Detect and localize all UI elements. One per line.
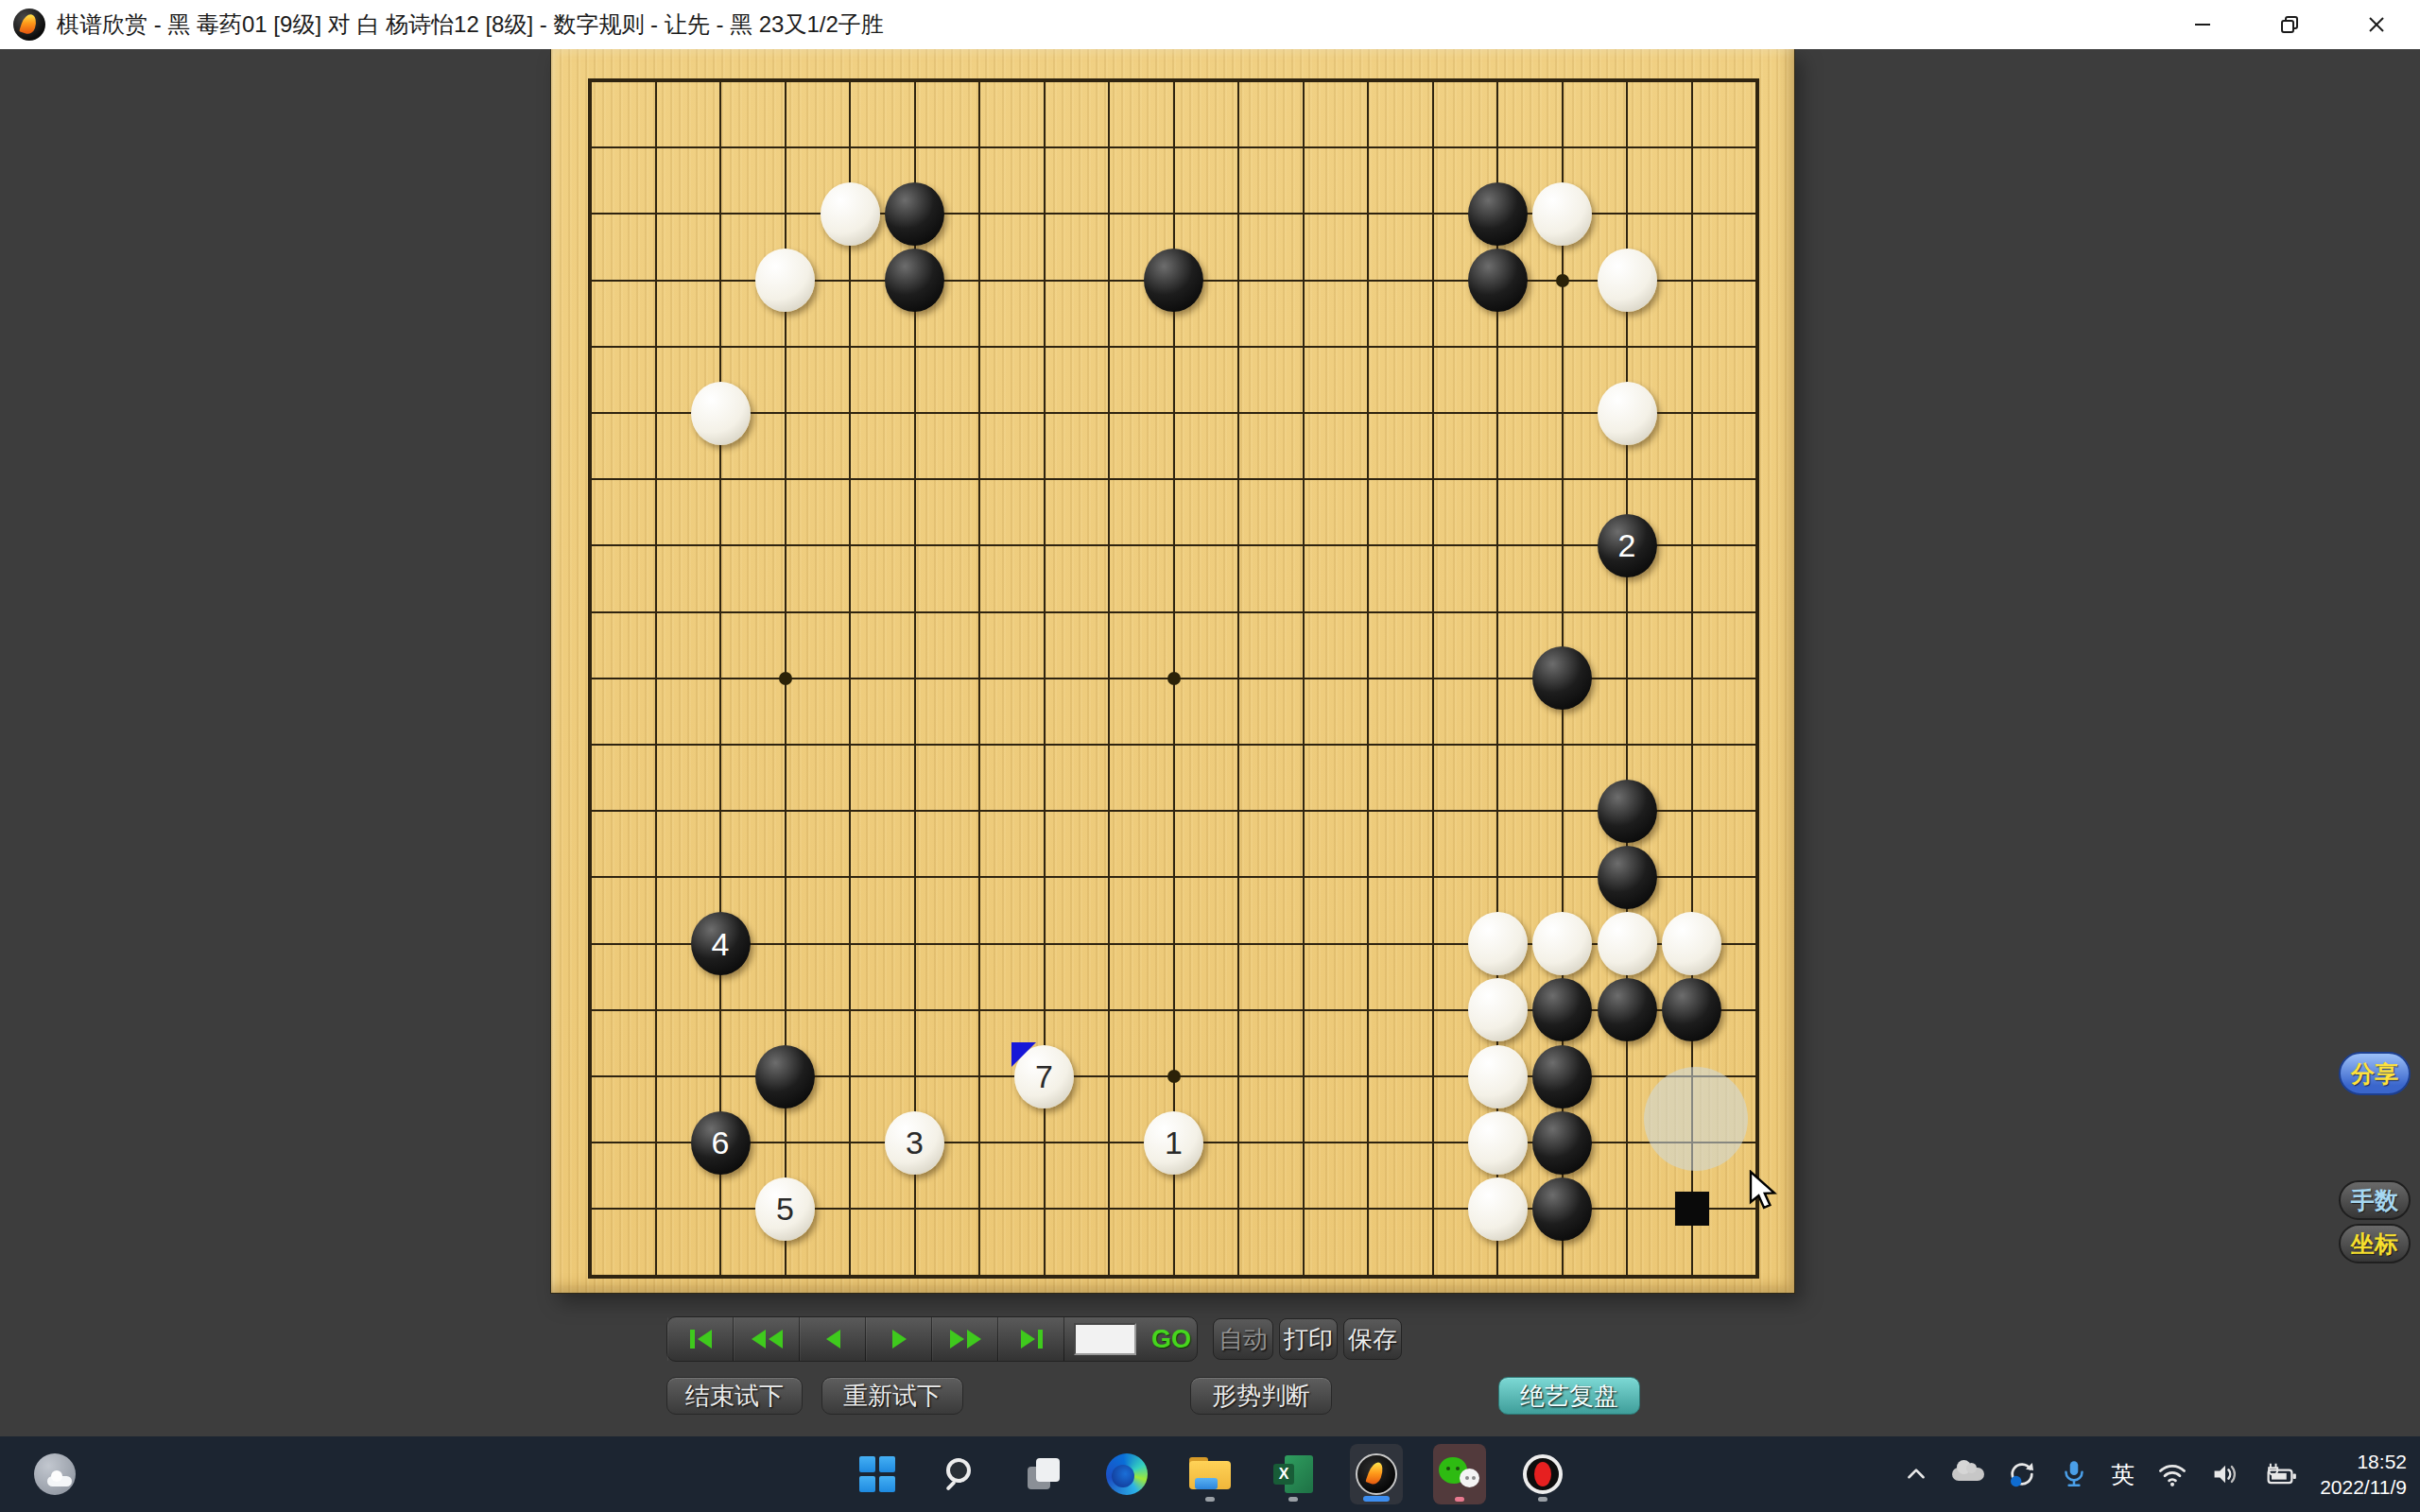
- nav-first-button[interactable]: [667, 1317, 734, 1361]
- last-move-icon: [1021, 1330, 1035, 1349]
- go-button[interactable]: GO: [1151, 1325, 1191, 1354]
- go-stone-white: [1468, 1111, 1528, 1175]
- wifi-icon: [2157, 1460, 2187, 1488]
- excel-button[interactable]: X: [1267, 1444, 1320, 1504]
- go-stone-black: [1662, 978, 1721, 1041]
- task-view-button[interactable]: [1017, 1444, 1070, 1504]
- go-stone-white: [1532, 182, 1592, 246]
- screen-record-icon: [1523, 1454, 1563, 1494]
- back-icon: [826, 1330, 840, 1349]
- nav-fast-forward-button[interactable]: [932, 1317, 998, 1361]
- go-stone-white: 1: [1144, 1111, 1203, 1175]
- go-stone-white: 5: [755, 1177, 815, 1241]
- search-icon: [942, 1455, 979, 1493]
- next-move-square-marker: [1675, 1192, 1709, 1226]
- go-stone-white: [691, 382, 751, 445]
- go-stone-white: [1468, 1177, 1528, 1241]
- wifi-button[interactable]: [2157, 1460, 2187, 1488]
- volume-button[interactable]: [2210, 1460, 2240, 1488]
- app-logo-icon: [13, 9, 45, 41]
- hoshi-point: [1556, 274, 1569, 287]
- go-review-app-button[interactable]: [1350, 1444, 1403, 1504]
- minimize-button[interactable]: [2159, 0, 2246, 49]
- go-stone-white: [1662, 912, 1721, 975]
- battery-charging-icon: [2263, 1460, 2297, 1488]
- go-stone-black: [885, 249, 944, 312]
- move-number-label: 2: [1618, 529, 1636, 561]
- print-button[interactable]: 打印: [1279, 1318, 1338, 1360]
- onedrive-button[interactable]: [1952, 1468, 1984, 1481]
- forward-icon: [892, 1330, 907, 1349]
- taskbar-search-button[interactable]: [934, 1444, 987, 1504]
- move-number-label: 6: [712, 1126, 730, 1159]
- chevron-up-icon: [1903, 1461, 1929, 1487]
- replay-nav-toolbar: GO: [666, 1316, 1198, 1362]
- go-stone-white: [1468, 978, 1528, 1041]
- go-board[interactable]: 2476315: [551, 49, 1794, 1293]
- clock-time: 18:52: [2320, 1449, 2407, 1474]
- go-stone-black: 2: [1598, 514, 1657, 577]
- go-stone-white: [1598, 249, 1657, 312]
- go-stone-black: [1598, 846, 1657, 909]
- go-stone-white: [1468, 912, 1528, 975]
- go-stone-white: [1532, 912, 1592, 975]
- move-number-input[interactable]: [1074, 1323, 1136, 1355]
- coordinates-toggle-button[interactable]: 坐标: [2339, 1224, 2411, 1263]
- battery-button[interactable]: [2263, 1460, 2297, 1488]
- ime-language-button[interactable]: 英: [2111, 1459, 2135, 1490]
- excel-icon: X: [1273, 1455, 1313, 1493]
- edge-icon: [1106, 1453, 1148, 1495]
- system-tray: 英: [1903, 1436, 2407, 1512]
- auto-play-button[interactable]: 自动: [1213, 1318, 1273, 1360]
- restart-trial-button[interactable]: 重新试下: [821, 1377, 963, 1415]
- move-number-label: 4: [712, 928, 730, 960]
- sync-icon: [2007, 1459, 2037, 1489]
- go-stone-black: [1144, 249, 1203, 312]
- running-indicator-dot: [1538, 1497, 1547, 1502]
- move-number-label: 7: [1035, 1060, 1053, 1092]
- move-number-label: 1: [1165, 1126, 1183, 1159]
- screen-record-button[interactable]: [1516, 1444, 1569, 1504]
- file-explorer-button[interactable]: [1184, 1444, 1236, 1504]
- close-button[interactable]: [2333, 0, 2420, 49]
- go-stone-black: [1532, 646, 1592, 710]
- move-number-label: 5: [776, 1193, 794, 1225]
- blue-triangle-marker: [1011, 1042, 1036, 1067]
- hoshi-point: [1167, 1070, 1181, 1083]
- move-number-label: 3: [906, 1126, 924, 1159]
- start-button[interactable]: [851, 1444, 904, 1504]
- save-button[interactable]: 保存: [1343, 1318, 1402, 1360]
- go-stone-black: [755, 1045, 815, 1108]
- go-stone-black: [1598, 780, 1657, 843]
- window-title: 棋谱欣赏 - 黑 毒药01 [9级] 对 白 杨诗怡12 [8级] - 数字规则…: [57, 9, 884, 40]
- taskbar-clock[interactable]: 18:52 2022/11/9: [2320, 1449, 2407, 1500]
- active-window-indicator: [1363, 1496, 1390, 1502]
- edge-browser-button[interactable]: [1100, 1444, 1153, 1504]
- share-button[interactable]: 分享: [2339, 1052, 2411, 1095]
- first-move-icon: [690, 1330, 695, 1349]
- microphone-icon: [2060, 1459, 2088, 1489]
- go-review-app-icon: [1356, 1453, 1397, 1495]
- nav-last-button[interactable]: [998, 1317, 1064, 1361]
- running-indicator-dot: [1288, 1497, 1298, 1502]
- windows-start-icon: [859, 1456, 895, 1492]
- go-stone-white: 7: [1014, 1045, 1074, 1108]
- go-stone-white: 3: [885, 1111, 944, 1175]
- go-stone-black: [1532, 1111, 1592, 1175]
- fast-back-icon: [752, 1330, 766, 1349]
- go-stone-white: [1598, 382, 1657, 445]
- go-stone-black: [1468, 249, 1528, 312]
- minimize-icon: [2191, 13, 2214, 36]
- file-explorer-icon: [1189, 1457, 1231, 1491]
- cursor-hover-highlight: [1644, 1067, 1748, 1171]
- window-controls: [2159, 0, 2420, 49]
- go-stone-white: [755, 249, 815, 312]
- jueyi-review-button[interactable]: 绝艺复盘: [1498, 1377, 1640, 1415]
- onedrive-cloud-icon: [1952, 1468, 1984, 1481]
- mouse-cursor: [1747, 1170, 1785, 1211]
- sync-status-button[interactable]: [2007, 1459, 2037, 1489]
- nav-fast-back-button[interactable]: [734, 1317, 800, 1361]
- clock-date: 2022/11/9: [2320, 1474, 2407, 1500]
- close-icon: [2365, 13, 2388, 36]
- go-stone-black: [1468, 182, 1528, 246]
- taskbar: X: [0, 1436, 2420, 1512]
- fast-forward-icon: [950, 1330, 964, 1349]
- task-view-icon: [1025, 1455, 1063, 1493]
- go-stone-white: [821, 182, 880, 246]
- title-bar: 棋谱欣赏 - 黑 毒药01 [9级] 对 白 杨诗怡12 [8级] - 数字规则…: [0, 0, 2420, 49]
- go-stone-black: [1532, 1177, 1592, 1241]
- hoshi-point: [779, 672, 792, 685]
- volume-icon: [2210, 1460, 2240, 1488]
- go-stone-black: [1532, 978, 1592, 1041]
- restore-icon: [2278, 13, 2301, 36]
- wechat-icon: [1439, 1455, 1480, 1493]
- notification-dot: [1455, 1497, 1464, 1502]
- go-stone-black: 4: [691, 912, 751, 975]
- hidden-icons-button[interactable]: [1903, 1461, 1929, 1487]
- nav-back-button[interactable]: [800, 1317, 866, 1361]
- hoshi-point: [1167, 672, 1181, 685]
- end-trial-button[interactable]: 结束试下: [666, 1377, 803, 1415]
- move-numbers-toggle-button[interactable]: 手数: [2339, 1180, 2411, 1220]
- go-stone-black: 6: [691, 1111, 751, 1175]
- go-stone-black: [1598, 978, 1657, 1041]
- nav-forward-button[interactable]: [866, 1317, 932, 1361]
- microphone-status-button[interactable]: [2060, 1459, 2088, 1489]
- wechat-button[interactable]: [1433, 1444, 1486, 1504]
- go-stone-white: [1468, 1045, 1528, 1108]
- go-stone-white: [1598, 912, 1657, 975]
- restore-button[interactable]: [2246, 0, 2333, 49]
- running-indicator-dot: [1205, 1497, 1215, 1502]
- position-analysis-button[interactable]: 形势判断: [1190, 1377, 1332, 1415]
- go-stone-black: [885, 182, 944, 246]
- go-stone-black: [1532, 1045, 1592, 1108]
